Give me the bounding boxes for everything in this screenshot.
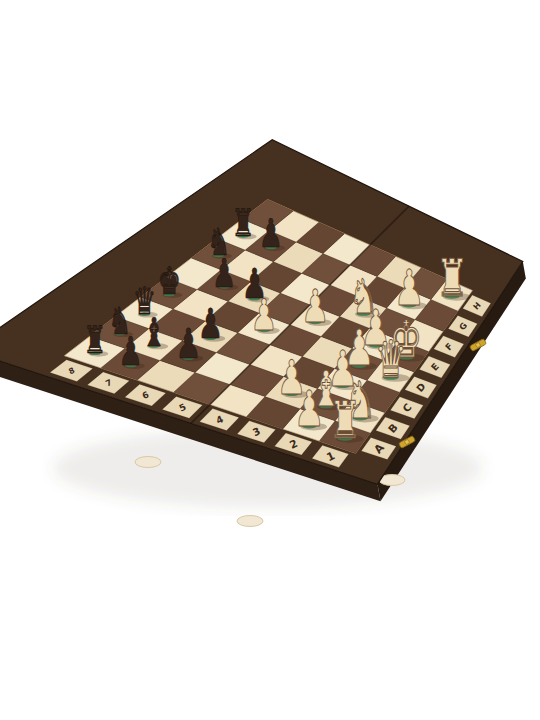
black-rook-g8: ♜: [232, 201, 257, 245]
white-rook-h1: ♜: [436, 249, 470, 308]
svg-text:♟: ♟: [118, 328, 143, 374]
black-pawn-e7: ♟: [212, 249, 238, 295]
board-foot-1: [135, 457, 161, 468]
svg-text:♟: ♟: [301, 280, 329, 332]
svg-text:♟: ♟: [394, 258, 425, 316]
white-pawn-g2: ♟: [394, 258, 427, 316]
black-pawn-c6: ♟: [198, 300, 226, 348]
svg-text:♟: ♟: [294, 380, 325, 438]
white-rook-a1: ♜: [329, 391, 363, 450]
black-pawn-g7: ♟: [259, 210, 285, 256]
svg-text:♟: ♟: [259, 210, 284, 256]
svg-text:♜: ♜: [436, 249, 468, 308]
svg-text:♝: ♝: [142, 308, 167, 354]
svg-text:♜: ♜: [329, 391, 361, 450]
svg-text:♟: ♟: [212, 249, 237, 295]
black-bishop-b7: ♝: [142, 308, 168, 354]
svg-text:♟: ♟: [198, 300, 224, 348]
black-pawn-b6: ♟: [175, 319, 203, 367]
chess-product-photo: 12345678ABCDEFGH♜♟♞♟♚♜♟♟♞♛♟♟♞♟♟♝♜♚♟♟♟♛♟♟…: [0, 0, 540, 720]
svg-text:♟: ♟: [251, 289, 278, 340]
white-pawn-a2: ♟: [294, 380, 327, 438]
svg-text:♜: ♜: [232, 201, 255, 245]
board-foot-2: [237, 516, 263, 527]
board-3d-view: 12345678ABCDEFGH♜♟♞♟♚♜♟♟♞♛♟♟♞♟♟♝♜♚♟♟♟♛♟♟…: [0, 0, 540, 720]
white-pawn-e4: ♟: [301, 280, 331, 332]
white-pawn-d5: ♟: [251, 289, 280, 340]
black-rook-a8: ♜: [83, 318, 108, 362]
black-king-d8: ♚: [157, 260, 182, 304]
white-queen-d1: ♛: [375, 330, 409, 389]
svg-text:♚: ♚: [157, 260, 180, 304]
svg-text:♛: ♛: [375, 330, 407, 389]
black-pawn-a7: ♟: [118, 328, 144, 374]
svg-text:♜: ♜: [83, 318, 106, 362]
svg-text:♟: ♟: [175, 319, 201, 367]
